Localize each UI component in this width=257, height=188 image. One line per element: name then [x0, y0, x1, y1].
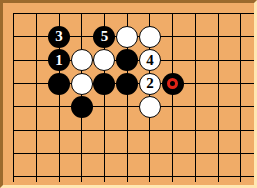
go-stone-black: [93, 73, 115, 95]
go-stone-black-move-1: 1: [48, 49, 70, 71]
grid-line-horizontal: [13, 176, 254, 177]
go-stone-white: [71, 73, 93, 95]
go-stone-white: [71, 49, 93, 71]
move-number: 2: [146, 76, 154, 91]
go-stone-black-move-3: 3: [48, 26, 70, 48]
grid-line-horizontal: [13, 13, 254, 14]
circle-marker: [167, 78, 178, 89]
grid-line-vertical: [13, 13, 14, 182]
go-board-diagram: 35142: [0, 0, 257, 188]
go-stone-white: [116, 26, 138, 48]
go-stone-white: [139, 96, 161, 118]
grid-line-vertical: [195, 13, 196, 182]
grid-line-vertical: [218, 13, 219, 182]
grid-line-horizontal: [13, 106, 254, 107]
go-stone-white: [139, 26, 161, 48]
go-stone-black-marked: [162, 73, 184, 95]
grid-line-vertical: [240, 13, 241, 182]
grid-line-vertical: [172, 13, 173, 182]
move-number: 5: [101, 29, 109, 44]
go-stone-black: [116, 73, 138, 95]
go-stone-black: [71, 96, 93, 118]
go-stone-black: [116, 49, 138, 71]
go-stone-white-move-4: 4: [139, 49, 161, 71]
move-number: 3: [55, 29, 63, 44]
go-stone-black: [48, 73, 70, 95]
go-stone-black-move-5: 5: [93, 26, 115, 48]
grid-line-horizontal: [13, 153, 254, 154]
move-number: 4: [146, 53, 154, 68]
go-stone-white-move-2: 2: [139, 73, 161, 95]
grid-line-vertical: [36, 13, 37, 182]
move-number: 1: [55, 53, 63, 68]
grid-line-horizontal: [13, 130, 254, 131]
go-stone-white: [93, 49, 115, 71]
